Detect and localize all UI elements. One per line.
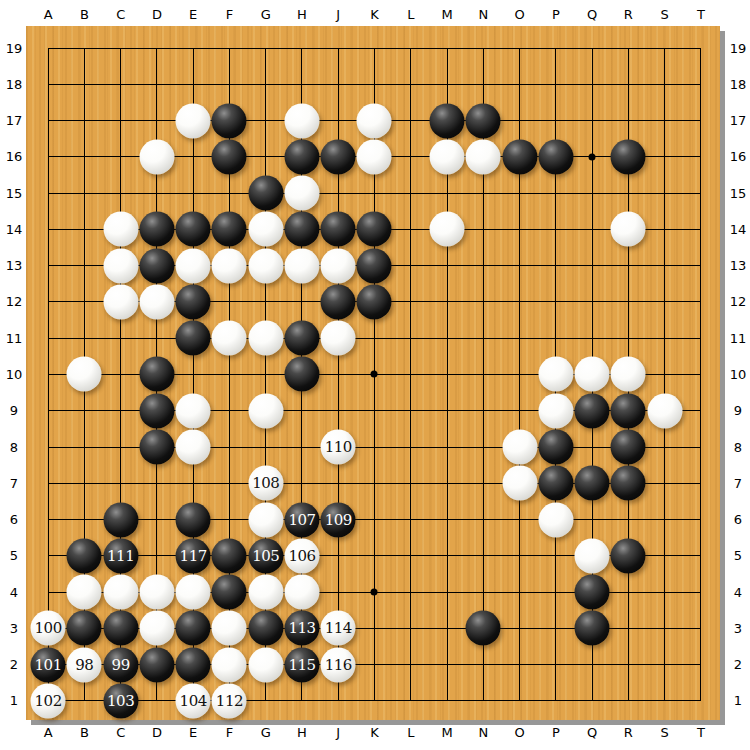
intersection-R8[interactable]: [610, 429, 646, 465]
intersection-N15[interactable]: [465, 175, 501, 211]
intersection-Q2[interactable]: [574, 646, 610, 682]
intersection-M13[interactable]: [429, 248, 465, 284]
intersection-F6[interactable]: [211, 501, 247, 537]
intersection-S7[interactable]: [646, 465, 682, 501]
intersection-F12[interactable]: [211, 284, 247, 320]
intersection-C17[interactable]: [103, 103, 139, 139]
intersection-K13[interactable]: [356, 248, 392, 284]
intersection-A1[interactable]: 102: [30, 683, 66, 719]
intersection-F18[interactable]: [211, 66, 247, 102]
intersection-R14[interactable]: [610, 211, 646, 247]
intersection-S10[interactable]: [646, 356, 682, 392]
intersection-J6[interactable]: 109: [320, 501, 356, 537]
intersection-N3[interactable]: [465, 610, 501, 646]
intersection-K19[interactable]: [356, 30, 392, 66]
intersection-F7[interactable]: [211, 465, 247, 501]
intersection-R16[interactable]: [610, 139, 646, 175]
intersection-L4[interactable]: [393, 574, 429, 610]
intersection-H13[interactable]: [284, 248, 320, 284]
intersection-E10[interactable]: [175, 356, 211, 392]
intersection-M6[interactable]: [429, 501, 465, 537]
intersection-P19[interactable]: [538, 30, 574, 66]
intersection-E12[interactable]: [175, 284, 211, 320]
intersection-O15[interactable]: [501, 175, 537, 211]
intersection-O8[interactable]: [501, 429, 537, 465]
intersection-M2[interactable]: [429, 646, 465, 682]
intersection-F8[interactable]: [211, 429, 247, 465]
intersection-A4[interactable]: [30, 574, 66, 610]
intersection-J17[interactable]: [320, 103, 356, 139]
intersection-R1[interactable]: [610, 683, 646, 719]
intersection-M19[interactable]: [429, 30, 465, 66]
intersection-K9[interactable]: [356, 393, 392, 429]
intersection-J3[interactable]: 114: [320, 610, 356, 646]
intersection-H14[interactable]: [284, 211, 320, 247]
intersection-K10[interactable]: [356, 356, 392, 392]
intersection-F16[interactable]: [211, 139, 247, 175]
intersection-H12[interactable]: [284, 284, 320, 320]
intersection-F15[interactable]: [211, 175, 247, 211]
intersection-B5[interactable]: [66, 538, 102, 574]
intersection-C12[interactable]: [103, 284, 139, 320]
intersection-F10[interactable]: [211, 356, 247, 392]
intersection-E2[interactable]: [175, 646, 211, 682]
intersection-N9[interactable]: [465, 393, 501, 429]
intersection-A2[interactable]: 101: [30, 646, 66, 682]
intersection-T9[interactable]: [683, 393, 719, 429]
intersection-A5[interactable]: [30, 538, 66, 574]
intersection-G8[interactable]: [248, 429, 284, 465]
intersection-P15[interactable]: [538, 175, 574, 211]
intersection-P12[interactable]: [538, 284, 574, 320]
intersection-Q14[interactable]: [574, 211, 610, 247]
intersection-O9[interactable]: [501, 393, 537, 429]
intersection-D14[interactable]: [139, 211, 175, 247]
intersection-Q9[interactable]: [574, 393, 610, 429]
intersection-E14[interactable]: [175, 211, 211, 247]
intersection-T13[interactable]: [683, 248, 719, 284]
intersection-P5[interactable]: [538, 538, 574, 574]
intersection-D2[interactable]: [139, 646, 175, 682]
intersection-O2[interactable]: [501, 646, 537, 682]
intersection-C13[interactable]: [103, 248, 139, 284]
intersection-S2[interactable]: [646, 646, 682, 682]
intersection-J11[interactable]: [320, 320, 356, 356]
intersection-O7[interactable]: [501, 465, 537, 501]
intersection-T2[interactable]: [683, 646, 719, 682]
intersection-B16[interactable]: [66, 139, 102, 175]
intersection-K4[interactable]: [356, 574, 392, 610]
intersection-A11[interactable]: [30, 320, 66, 356]
intersection-R17[interactable]: [610, 103, 646, 139]
intersection-A12[interactable]: [30, 284, 66, 320]
intersection-O10[interactable]: [501, 356, 537, 392]
intersection-L15[interactable]: [393, 175, 429, 211]
intersection-G9[interactable]: [248, 393, 284, 429]
intersection-S15[interactable]: [646, 175, 682, 211]
intersection-Q19[interactable]: [574, 30, 610, 66]
intersection-S9[interactable]: [646, 393, 682, 429]
intersection-C8[interactable]: [103, 429, 139, 465]
intersection-F5[interactable]: [211, 538, 247, 574]
intersection-S13[interactable]: [646, 248, 682, 284]
intersection-H2[interactable]: 115: [284, 646, 320, 682]
intersection-C4[interactable]: [103, 574, 139, 610]
intersection-N8[interactable]: [465, 429, 501, 465]
intersection-O18[interactable]: [501, 66, 537, 102]
intersection-G17[interactable]: [248, 103, 284, 139]
intersection-B8[interactable]: [66, 429, 102, 465]
intersection-A15[interactable]: [30, 175, 66, 211]
intersection-E11[interactable]: [175, 320, 211, 356]
intersection-C2[interactable]: 99: [103, 646, 139, 682]
intersection-P6[interactable]: [538, 501, 574, 537]
intersection-T5[interactable]: [683, 538, 719, 574]
intersection-T15[interactable]: [683, 175, 719, 211]
intersection-A6[interactable]: [30, 501, 66, 537]
intersection-A3[interactable]: 100: [30, 610, 66, 646]
intersection-J4[interactable]: [320, 574, 356, 610]
intersection-N12[interactable]: [465, 284, 501, 320]
intersection-L12[interactable]: [393, 284, 429, 320]
intersection-K11[interactable]: [356, 320, 392, 356]
intersection-B2[interactable]: 98: [66, 646, 102, 682]
intersection-J14[interactable]: [320, 211, 356, 247]
intersection-L9[interactable]: [393, 393, 429, 429]
intersection-M15[interactable]: [429, 175, 465, 211]
intersection-D19[interactable]: [139, 30, 175, 66]
intersection-H6[interactable]: 107: [284, 501, 320, 537]
intersection-F19[interactable]: [211, 30, 247, 66]
intersection-T14[interactable]: [683, 211, 719, 247]
intersection-F2[interactable]: [211, 646, 247, 682]
intersection-K14[interactable]: [356, 211, 392, 247]
intersection-H3[interactable]: 113: [284, 610, 320, 646]
intersection-T6[interactable]: [683, 501, 719, 537]
intersection-N7[interactable]: [465, 465, 501, 501]
intersection-K6[interactable]: [356, 501, 392, 537]
intersection-H5[interactable]: 106: [284, 538, 320, 574]
intersection-T3[interactable]: [683, 610, 719, 646]
intersection-Q5[interactable]: [574, 538, 610, 574]
intersection-H7[interactable]: [284, 465, 320, 501]
intersection-R6[interactable]: [610, 501, 646, 537]
intersection-A18[interactable]: [30, 66, 66, 102]
intersection-B9[interactable]: [66, 393, 102, 429]
intersection-G7[interactable]: 108: [248, 465, 284, 501]
intersection-Q18[interactable]: [574, 66, 610, 102]
intersection-F17[interactable]: [211, 103, 247, 139]
intersection-D16[interactable]: [139, 139, 175, 175]
intersection-M17[interactable]: [429, 103, 465, 139]
intersection-F11[interactable]: [211, 320, 247, 356]
intersection-P17[interactable]: [538, 103, 574, 139]
intersection-B19[interactable]: [66, 30, 102, 66]
intersection-F4[interactable]: [211, 574, 247, 610]
intersection-L13[interactable]: [393, 248, 429, 284]
intersection-J10[interactable]: [320, 356, 356, 392]
intersection-F3[interactable]: [211, 610, 247, 646]
intersection-T18[interactable]: [683, 66, 719, 102]
intersection-J16[interactable]: [320, 139, 356, 175]
intersection-M5[interactable]: [429, 538, 465, 574]
intersection-E1[interactable]: 104: [175, 683, 211, 719]
intersection-N2[interactable]: [465, 646, 501, 682]
intersection-J7[interactable]: [320, 465, 356, 501]
intersection-O14[interactable]: [501, 211, 537, 247]
intersection-L16[interactable]: [393, 139, 429, 175]
intersection-O5[interactable]: [501, 538, 537, 574]
intersection-Q4[interactable]: [574, 574, 610, 610]
intersection-N16[interactable]: [465, 139, 501, 175]
intersection-P10[interactable]: [538, 356, 574, 392]
intersection-B13[interactable]: [66, 248, 102, 284]
intersection-E8[interactable]: [175, 429, 211, 465]
intersection-O16[interactable]: [501, 139, 537, 175]
intersection-Q1[interactable]: [574, 683, 610, 719]
intersection-B14[interactable]: [66, 211, 102, 247]
intersection-J15[interactable]: [320, 175, 356, 211]
intersection-R13[interactable]: [610, 248, 646, 284]
intersection-O19[interactable]: [501, 30, 537, 66]
intersection-A7[interactable]: [30, 465, 66, 501]
intersection-D17[interactable]: [139, 103, 175, 139]
intersection-D8[interactable]: [139, 429, 175, 465]
intersection-G6[interactable]: [248, 501, 284, 537]
intersection-K17[interactable]: [356, 103, 392, 139]
intersection-H8[interactable]: [284, 429, 320, 465]
intersection-D11[interactable]: [139, 320, 175, 356]
intersection-S18[interactable]: [646, 66, 682, 102]
intersection-K3[interactable]: [356, 610, 392, 646]
intersection-M8[interactable]: [429, 429, 465, 465]
intersection-O11[interactable]: [501, 320, 537, 356]
intersection-M7[interactable]: [429, 465, 465, 501]
intersection-E17[interactable]: [175, 103, 211, 139]
intersection-F14[interactable]: [211, 211, 247, 247]
intersection-L11[interactable]: [393, 320, 429, 356]
intersection-M3[interactable]: [429, 610, 465, 646]
intersection-H4[interactable]: [284, 574, 320, 610]
intersection-S12[interactable]: [646, 284, 682, 320]
intersection-G15[interactable]: [248, 175, 284, 211]
intersection-D12[interactable]: [139, 284, 175, 320]
intersection-C19[interactable]: [103, 30, 139, 66]
intersection-N13[interactable]: [465, 248, 501, 284]
intersection-C6[interactable]: [103, 501, 139, 537]
intersection-H9[interactable]: [284, 393, 320, 429]
intersection-L17[interactable]: [393, 103, 429, 139]
intersection-G18[interactable]: [248, 66, 284, 102]
intersection-B17[interactable]: [66, 103, 102, 139]
intersection-T4[interactable]: [683, 574, 719, 610]
intersection-R12[interactable]: [610, 284, 646, 320]
intersection-L3[interactable]: [393, 610, 429, 646]
intersection-R7[interactable]: [610, 465, 646, 501]
intersection-J8[interactable]: 110: [320, 429, 356, 465]
intersection-N19[interactable]: [465, 30, 501, 66]
intersection-D13[interactable]: [139, 248, 175, 284]
intersection-E16[interactable]: [175, 139, 211, 175]
intersection-J13[interactable]: [320, 248, 356, 284]
intersection-L19[interactable]: [393, 30, 429, 66]
intersection-K2[interactable]: [356, 646, 392, 682]
intersection-E19[interactable]: [175, 30, 211, 66]
intersection-A13[interactable]: [30, 248, 66, 284]
intersection-R2[interactable]: [610, 646, 646, 682]
intersection-G10[interactable]: [248, 356, 284, 392]
intersection-M9[interactable]: [429, 393, 465, 429]
intersection-Q12[interactable]: [574, 284, 610, 320]
intersection-E4[interactable]: [175, 574, 211, 610]
intersection-M18[interactable]: [429, 66, 465, 102]
intersection-R18[interactable]: [610, 66, 646, 102]
intersection-O12[interactable]: [501, 284, 537, 320]
intersection-H15[interactable]: [284, 175, 320, 211]
intersection-E6[interactable]: [175, 501, 211, 537]
intersection-K15[interactable]: [356, 175, 392, 211]
intersection-R9[interactable]: [610, 393, 646, 429]
intersection-G5[interactable]: 105: [248, 538, 284, 574]
intersection-E15[interactable]: [175, 175, 211, 211]
intersection-N1[interactable]: [465, 683, 501, 719]
intersection-G14[interactable]: [248, 211, 284, 247]
intersection-D15[interactable]: [139, 175, 175, 211]
intersection-N17[interactable]: [465, 103, 501, 139]
intersection-O3[interactable]: [501, 610, 537, 646]
intersection-G11[interactable]: [248, 320, 284, 356]
intersection-L10[interactable]: [393, 356, 429, 392]
intersection-K1[interactable]: [356, 683, 392, 719]
intersection-E5[interactable]: 117: [175, 538, 211, 574]
intersection-C14[interactable]: [103, 211, 139, 247]
intersection-S4[interactable]: [646, 574, 682, 610]
intersection-B10[interactable]: [66, 356, 102, 392]
intersection-Q10[interactable]: [574, 356, 610, 392]
intersection-J2[interactable]: 116: [320, 646, 356, 682]
intersection-T17[interactable]: [683, 103, 719, 139]
intersection-N10[interactable]: [465, 356, 501, 392]
intersection-L8[interactable]: [393, 429, 429, 465]
intersection-P7[interactable]: [538, 465, 574, 501]
intersection-R19[interactable]: [610, 30, 646, 66]
intersection-A14[interactable]: [30, 211, 66, 247]
intersection-C3[interactable]: [103, 610, 139, 646]
intersection-J5[interactable]: [320, 538, 356, 574]
intersection-S17[interactable]: [646, 103, 682, 139]
intersection-J19[interactable]: [320, 30, 356, 66]
intersection-K5[interactable]: [356, 538, 392, 574]
intersection-C11[interactable]: [103, 320, 139, 356]
intersection-O1[interactable]: [501, 683, 537, 719]
intersection-C9[interactable]: [103, 393, 139, 429]
intersection-G13[interactable]: [248, 248, 284, 284]
intersection-E9[interactable]: [175, 393, 211, 429]
intersection-Q11[interactable]: [574, 320, 610, 356]
intersection-M10[interactable]: [429, 356, 465, 392]
intersection-G19[interactable]: [248, 30, 284, 66]
intersection-B7[interactable]: [66, 465, 102, 501]
intersection-B11[interactable]: [66, 320, 102, 356]
intersection-S6[interactable]: [646, 501, 682, 537]
intersection-R3[interactable]: [610, 610, 646, 646]
intersection-D18[interactable]: [139, 66, 175, 102]
intersection-D10[interactable]: [139, 356, 175, 392]
intersection-M14[interactable]: [429, 211, 465, 247]
intersection-D4[interactable]: [139, 574, 175, 610]
intersection-S19[interactable]: [646, 30, 682, 66]
intersection-T10[interactable]: [683, 356, 719, 392]
intersection-H18[interactable]: [284, 66, 320, 102]
intersection-M4[interactable]: [429, 574, 465, 610]
intersection-T16[interactable]: [683, 139, 719, 175]
intersection-C5[interactable]: 111: [103, 538, 139, 574]
intersection-T7[interactable]: [683, 465, 719, 501]
intersection-G16[interactable]: [248, 139, 284, 175]
intersection-S8[interactable]: [646, 429, 682, 465]
intersection-E7[interactable]: [175, 465, 211, 501]
intersection-G4[interactable]: [248, 574, 284, 610]
intersection-A17[interactable]: [30, 103, 66, 139]
intersection-K18[interactable]: [356, 66, 392, 102]
intersection-S3[interactable]: [646, 610, 682, 646]
intersection-Q7[interactable]: [574, 465, 610, 501]
intersection-D7[interactable]: [139, 465, 175, 501]
intersection-L5[interactable]: [393, 538, 429, 574]
intersection-H1[interactable]: [284, 683, 320, 719]
intersection-S1[interactable]: [646, 683, 682, 719]
intersection-L7[interactable]: [393, 465, 429, 501]
intersection-C10[interactable]: [103, 356, 139, 392]
intersection-O4[interactable]: [501, 574, 537, 610]
intersection-N5[interactable]: [465, 538, 501, 574]
intersection-M16[interactable]: [429, 139, 465, 175]
intersection-B4[interactable]: [66, 574, 102, 610]
intersection-K8[interactable]: [356, 429, 392, 465]
intersection-K7[interactable]: [356, 465, 392, 501]
intersection-T8[interactable]: [683, 429, 719, 465]
intersection-B12[interactable]: [66, 284, 102, 320]
intersection-B3[interactable]: [66, 610, 102, 646]
intersection-H11[interactable]: [284, 320, 320, 356]
intersection-M12[interactable]: [429, 284, 465, 320]
intersection-R15[interactable]: [610, 175, 646, 211]
intersection-P13[interactable]: [538, 248, 574, 284]
intersection-M1[interactable]: [429, 683, 465, 719]
intersection-N18[interactable]: [465, 66, 501, 102]
intersection-E18[interactable]: [175, 66, 211, 102]
intersection-Q3[interactable]: [574, 610, 610, 646]
intersection-Q15[interactable]: [574, 175, 610, 211]
intersection-L18[interactable]: [393, 66, 429, 102]
intersection-S11[interactable]: [646, 320, 682, 356]
intersection-P11[interactable]: [538, 320, 574, 356]
intersection-L2[interactable]: [393, 646, 429, 682]
intersection-G2[interactable]: [248, 646, 284, 682]
intersection-B6[interactable]: [66, 501, 102, 537]
intersection-D9[interactable]: [139, 393, 175, 429]
intersection-B1[interactable]: [66, 683, 102, 719]
intersection-E13[interactable]: [175, 248, 211, 284]
intersection-J9[interactable]: [320, 393, 356, 429]
intersection-P9[interactable]: [538, 393, 574, 429]
intersection-H17[interactable]: [284, 103, 320, 139]
intersection-N11[interactable]: [465, 320, 501, 356]
intersection-C15[interactable]: [103, 175, 139, 211]
intersection-H16[interactable]: [284, 139, 320, 175]
intersection-H19[interactable]: [284, 30, 320, 66]
intersection-P16[interactable]: [538, 139, 574, 175]
